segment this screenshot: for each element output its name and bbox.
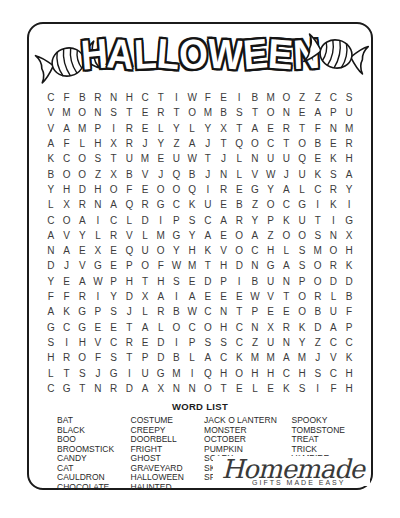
grid-letter: Y	[263, 182, 279, 197]
grid-letter: D	[341, 274, 357, 289]
grid-letter: S	[294, 381, 310, 396]
grid-letter: O	[310, 258, 326, 273]
grid-letter: L	[121, 212, 137, 227]
grid-letter: A	[43, 136, 59, 151]
grid-letter: O	[184, 105, 200, 120]
grid-letter: E	[153, 151, 169, 166]
grid-letter: J	[200, 136, 216, 151]
grid-letter: F	[326, 381, 342, 396]
grid-letter: E	[184, 274, 200, 289]
grid-letter: S	[310, 228, 326, 243]
grid-letter: Z	[247, 335, 263, 350]
grid-letter: H	[121, 90, 137, 105]
grid-letter: J	[59, 258, 75, 273]
grid-letter: N	[216, 166, 232, 181]
title-letter: H	[79, 32, 109, 76]
grid-letter: C	[43, 212, 59, 227]
grid-letter: O	[231, 365, 247, 380]
grid-letter: O	[137, 258, 153, 273]
grid-letter: H	[247, 365, 263, 380]
grid-letter: Y	[74, 228, 90, 243]
grid-letter: K	[310, 166, 326, 181]
grid-letter: H	[263, 365, 279, 380]
grid-letter: J	[278, 166, 294, 181]
grid-letter: D	[200, 274, 216, 289]
grid-letter: E	[263, 381, 279, 396]
grid-letter: A	[247, 121, 263, 136]
grid-letter: S	[341, 90, 357, 105]
grid-letter: I	[106, 121, 122, 136]
grid-letter: C	[137, 90, 153, 105]
grid-letter: M	[59, 105, 75, 120]
grid-letter: U	[263, 274, 279, 289]
grid-letter: O	[294, 136, 310, 151]
grid-letter: H	[341, 381, 357, 396]
grid-letter: D	[231, 258, 247, 273]
grid-letter: T	[278, 136, 294, 151]
grid-letter: C	[231, 319, 247, 334]
grid-letter: R	[121, 136, 137, 151]
grid-letter: G	[90, 258, 106, 273]
grid-letter: S	[74, 365, 90, 380]
grid-letter: E	[106, 243, 122, 258]
grid-letter: K	[231, 350, 247, 365]
grid-letter: E	[231, 381, 247, 396]
grid-letter: P	[137, 350, 153, 365]
grid-letter: E	[59, 274, 75, 289]
grid-letter: G	[263, 258, 279, 273]
grid-letter: N	[90, 381, 106, 396]
grid-letter: T	[200, 151, 216, 166]
grid-letter: E	[263, 304, 279, 319]
grid-letter: L	[74, 136, 90, 151]
grid-letter: J	[153, 166, 169, 181]
grid-letter: G	[106, 365, 122, 380]
grid-letter: E	[106, 258, 122, 273]
grid-letter: U	[169, 151, 185, 166]
grid-letter: V	[247, 166, 263, 181]
grid-letter: S	[106, 304, 122, 319]
grid-letter: Q	[169, 166, 185, 181]
grid-letter: F	[310, 121, 326, 136]
grid-letter: L	[184, 121, 200, 136]
grid-letter: T	[200, 258, 216, 273]
grid-letter: C	[341, 335, 357, 350]
grid-letter: C	[106, 335, 122, 350]
grid-letter: Q	[184, 182, 200, 197]
grid-letter: A	[184, 289, 200, 304]
grid-letter: D	[153, 335, 169, 350]
grid-letter: O	[278, 90, 294, 105]
grid-letter: E	[231, 182, 247, 197]
grid-letter: K	[326, 151, 342, 166]
grid-letter: L	[184, 350, 200, 365]
grid-letter: F	[121, 182, 137, 197]
grid-letter: S	[231, 105, 247, 120]
grid-letter: B	[310, 304, 326, 319]
grid-letter: P	[121, 258, 137, 273]
grid-letter: F	[43, 289, 59, 304]
grid-letter: H	[74, 335, 90, 350]
grid-letter: C	[184, 319, 200, 334]
grid-letter: M	[137, 151, 153, 166]
grid-letter: I	[341, 197, 357, 212]
grid-letter: E	[137, 182, 153, 197]
grid-letter: C	[263, 136, 279, 151]
grid-letter: I	[59, 335, 75, 350]
grid-letter: P	[169, 212, 185, 227]
grid-letter: B	[169, 304, 185, 319]
word-list-heading: WORD LIST	[29, 401, 371, 412]
grid-letter: Z	[90, 166, 106, 181]
grid-letter: R	[231, 212, 247, 227]
grid-letter: A	[74, 274, 90, 289]
grid-letter: N	[90, 197, 106, 212]
grid-letter: S	[90, 151, 106, 166]
grid-letter: S	[200, 335, 216, 350]
grid-letter: K	[59, 304, 75, 319]
grid-letter: N	[326, 228, 342, 243]
grid-letter: K	[326, 197, 342, 212]
grid-letter: H	[43, 350, 59, 365]
grid-letter: Y	[153, 136, 169, 151]
grid-letter: V	[137, 166, 153, 181]
grid-letter: G	[59, 381, 75, 396]
grid-letter: C	[169, 197, 185, 212]
grid-letter: H	[341, 365, 357, 380]
grid-letter: C	[200, 304, 216, 319]
grid-letter: O	[169, 319, 185, 334]
grid-letter: V	[43, 121, 59, 136]
grid-letter: K	[184, 197, 200, 212]
grid-letter: T	[121, 350, 137, 365]
title-letter: L	[133, 33, 158, 76]
grid-letter: X	[341, 228, 357, 243]
grid-letter: X	[153, 381, 169, 396]
grid-letter: A	[184, 136, 200, 151]
grid-letter: H	[59, 182, 75, 197]
grid-letter: H	[294, 365, 310, 380]
grid-letter: R	[326, 182, 342, 197]
grid-letter: E	[231, 289, 247, 304]
grid-letter: R	[310, 289, 326, 304]
grid-letter: N	[278, 105, 294, 120]
grid-letter: T	[247, 105, 263, 120]
grid-letter: L	[231, 166, 247, 181]
grid-letter: E	[278, 304, 294, 319]
grid-letter: I	[169, 335, 185, 350]
grid-letter: Y	[43, 182, 59, 197]
grid-letter: S	[106, 350, 122, 365]
grid-letter: O	[200, 381, 216, 396]
grid-letter: M	[200, 105, 216, 120]
grid-letter: S	[216, 335, 232, 350]
grid-letter: I	[310, 381, 326, 396]
grid-letter: L	[153, 121, 169, 136]
grid-letter: B	[341, 289, 357, 304]
grid-letter: E	[200, 289, 216, 304]
grid-letter: T	[294, 121, 310, 136]
grid-letter: R	[121, 335, 137, 350]
grid-letter: D	[137, 212, 153, 227]
grid-letter: A	[153, 289, 169, 304]
grid-letter: E	[263, 121, 279, 136]
grid-letter: G	[43, 319, 59, 334]
grid-letter: S	[169, 274, 185, 289]
grid-letter: V	[121, 228, 137, 243]
grid-letter: F	[200, 90, 216, 105]
grid-letter: Y	[169, 121, 185, 136]
grid-letter: K	[341, 350, 357, 365]
grid-letter: O	[263, 197, 279, 212]
grid-letter: Y	[247, 212, 263, 227]
grid-letter: H	[184, 243, 200, 258]
grid-letter: I	[169, 289, 185, 304]
grid-letter: L	[137, 228, 153, 243]
grid-letter: K	[43, 151, 59, 166]
grid-letter: T	[216, 381, 232, 396]
grid-letter: H	[90, 182, 106, 197]
grid-letter: U	[121, 151, 137, 166]
grid-letter: M	[263, 350, 279, 365]
grid-letter: H	[263, 243, 279, 258]
grid-letter: D	[121, 289, 137, 304]
grid-letter: S	[106, 105, 122, 120]
grid-letter: H	[216, 319, 232, 334]
grid-letter: U	[326, 304, 342, 319]
grid-letter: X	[106, 166, 122, 181]
grid-letter: A	[278, 258, 294, 273]
grid-letter: H	[216, 258, 232, 273]
grid-letter: A	[278, 182, 294, 197]
grid-letter: M	[169, 365, 185, 380]
grid-letter: M	[341, 121, 357, 136]
grid-letter: K	[278, 381, 294, 396]
grid-letter: Z	[247, 197, 263, 212]
grid-letter: I	[90, 212, 106, 227]
grid-letter: M	[294, 350, 310, 365]
grid-letter: J	[310, 350, 326, 365]
grid-letter: N	[43, 243, 59, 258]
grid-letter: T	[121, 105, 137, 120]
grid-letter: R	[106, 228, 122, 243]
grid-letter: J	[90, 365, 106, 380]
grid-letter: C	[43, 381, 59, 396]
grid-letter: V	[74, 258, 90, 273]
grid-letter: S	[294, 243, 310, 258]
grid-letter: N	[216, 304, 232, 319]
grid-letter: H	[121, 274, 137, 289]
grid-letter: Y	[184, 228, 200, 243]
grid-letter: A	[59, 243, 75, 258]
grid-letter: L	[247, 381, 263, 396]
grid-letter: H	[341, 243, 357, 258]
grid-letter: U	[137, 243, 153, 258]
grid-letter: O	[200, 319, 216, 334]
grid-letter: E	[137, 121, 153, 136]
grid-letter: O	[59, 212, 75, 227]
grid-letter: R	[153, 105, 169, 120]
grid-letter: R	[137, 197, 153, 212]
grid-letter: O	[326, 243, 342, 258]
grid-letter: C	[326, 90, 342, 105]
grid-letter: C	[59, 151, 75, 166]
grid-letter: B	[216, 105, 232, 120]
grid-letter: P	[247, 304, 263, 319]
grid-letter: U	[294, 212, 310, 227]
grid-letter: G	[74, 304, 90, 319]
title-letter: O	[178, 33, 209, 77]
grid-letter: K	[200, 243, 216, 258]
grid-letter: E	[216, 197, 232, 212]
grid-letter: L	[326, 289, 342, 304]
grid-letter: W	[184, 151, 200, 166]
grid-letter: U	[263, 335, 279, 350]
grid-letter: P	[90, 121, 106, 136]
grid-letter: C	[59, 319, 75, 334]
grid-letter: H	[90, 136, 106, 151]
grid-letter: M	[153, 228, 169, 243]
grid-letter: I	[231, 274, 247, 289]
grid-letter: I	[121, 365, 137, 380]
grid-letter: N	[247, 151, 263, 166]
grid-letter: E	[74, 243, 90, 258]
grid-letter: N	[169, 381, 185, 396]
grid-letter: Y	[169, 243, 185, 258]
grid-letter: N	[326, 121, 342, 136]
grid-letter: T	[216, 136, 232, 151]
grid-letter: A	[341, 166, 357, 181]
grid-letter: R	[74, 197, 90, 212]
grid-letter: T	[106, 151, 122, 166]
grid-letter: D	[326, 274, 342, 289]
grid-letter: W	[263, 166, 279, 181]
grid-letter: G	[153, 365, 169, 380]
grid-letter: P	[216, 274, 232, 289]
grid-letter: V	[216, 243, 232, 258]
grid-letter: C	[200, 212, 216, 227]
grid-letter: C	[106, 212, 122, 227]
grid-letter: D	[43, 258, 59, 273]
grid-letter: E	[137, 105, 153, 120]
grid-letter: R	[59, 350, 75, 365]
grid-letter: T	[59, 365, 75, 380]
grid-letter: A	[59, 121, 75, 136]
grid-letter: P	[326, 105, 342, 120]
grid-letter: S	[43, 335, 59, 350]
grid-letter: U	[294, 166, 310, 181]
grid-letter: E	[216, 90, 232, 105]
grid-letter: W	[247, 289, 263, 304]
grid-letter: R	[326, 258, 342, 273]
grid-letter: T	[137, 274, 153, 289]
grid-letter: T	[169, 105, 185, 120]
grid-letter: E	[216, 228, 232, 243]
grid-letter: Y	[294, 335, 310, 350]
grid-letter: O	[74, 105, 90, 120]
grid-letter: C	[278, 197, 294, 212]
grid-letter: R	[341, 136, 357, 151]
grid-letter: C	[326, 365, 342, 380]
grid-letter: O	[59, 166, 75, 181]
word-item: HAUNTED	[131, 483, 205, 493]
grid-letter: V	[326, 350, 342, 365]
grid-letter: R	[90, 90, 106, 105]
title-letter: W	[207, 33, 244, 76]
grid-letter: M	[310, 243, 326, 258]
grid-letter: R	[121, 121, 137, 136]
grid-letter: V	[90, 335, 106, 350]
grid-letter: M	[74, 121, 90, 136]
word-item: CHOCOLATE	[57, 483, 131, 493]
puzzle-border: HALLOWEEN CFBRNHCTIWFEIBMOZZCSVMONSTERTO…	[27, 22, 373, 490]
grid-letter: J	[216, 151, 232, 166]
grid-letter: B	[231, 197, 247, 212]
grid-letter: O	[278, 228, 294, 243]
grid-letter: O	[169, 182, 185, 197]
grid-letter: P	[106, 274, 122, 289]
grid-letter: N	[90, 105, 106, 120]
grid-letter: A	[200, 350, 216, 365]
grid-letter: H	[153, 274, 169, 289]
grid-letter: C	[216, 350, 232, 365]
grid-letter: N	[278, 274, 294, 289]
grid-letter: M	[263, 90, 279, 105]
grid-letter: I	[153, 212, 169, 227]
grid-letter: N	[184, 381, 200, 396]
grid-letter: C	[247, 243, 263, 258]
grid-letter: U	[278, 151, 294, 166]
grid-letter: A	[200, 228, 216, 243]
grid-letter: T	[278, 289, 294, 304]
grid-letter: Y	[341, 182, 357, 197]
grid-letter: E	[106, 319, 122, 334]
grid-letter: X	[59, 197, 75, 212]
grid-letter: C	[326, 335, 342, 350]
grid-letter: K	[294, 319, 310, 334]
grid-letter: Y	[43, 274, 59, 289]
grid-letter: I	[184, 365, 200, 380]
grid-letter: I	[326, 212, 342, 227]
grid-letter: S	[326, 166, 342, 181]
grid-letter: O	[106, 182, 122, 197]
grid-letter: M	[184, 258, 200, 273]
grid-letter: C	[231, 335, 247, 350]
grid-letter: Z	[169, 136, 185, 151]
grid-letter: R	[216, 182, 232, 197]
grid-letter: X	[263, 319, 279, 334]
grid-letter: O	[153, 182, 169, 197]
grid-letter: F	[341, 304, 357, 319]
grid-letter: G	[294, 197, 310, 212]
grid-letter: A	[43, 228, 59, 243]
grid-letter: A	[310, 105, 326, 120]
grid-letter: M	[247, 350, 263, 365]
grid-letter: N	[247, 319, 263, 334]
grid-letter: A	[74, 212, 90, 227]
grid-letter: C	[310, 182, 326, 197]
grid-letter: Z	[294, 90, 310, 105]
grid-letter: G	[169, 228, 185, 243]
grid-letter: I	[310, 197, 326, 212]
grid-letter: T	[231, 304, 247, 319]
grid-letter: I	[200, 182, 216, 197]
grid-letter: O	[247, 136, 263, 151]
grid-letter: O	[294, 289, 310, 304]
grid-letter: S	[184, 212, 200, 227]
title-letter: E	[267, 33, 294, 76]
grid-letter: Z	[310, 90, 326, 105]
